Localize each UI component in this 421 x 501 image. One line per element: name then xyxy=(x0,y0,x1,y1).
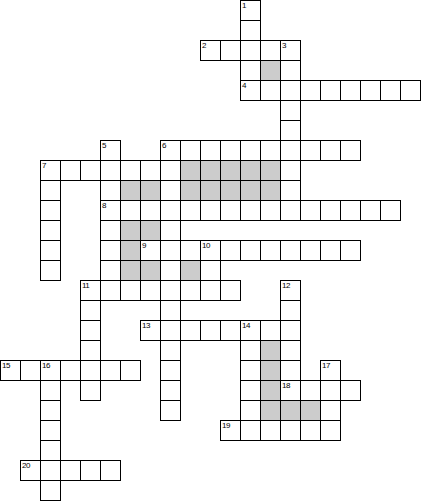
answer-cell[interactable] xyxy=(380,80,401,101)
answer-cell[interactable] xyxy=(80,160,101,181)
shaded-cell xyxy=(140,220,161,241)
clue-number: 15 xyxy=(2,361,10,370)
clue-number: 4 xyxy=(242,81,246,90)
answer-cell[interactable] xyxy=(340,140,361,161)
answer-cell[interactable] xyxy=(220,320,241,341)
answer-cell[interactable] xyxy=(160,400,181,421)
clue-number: 16 xyxy=(42,361,50,370)
answer-cell[interactable]: 11 xyxy=(80,280,101,301)
answer-cell[interactable] xyxy=(260,240,281,261)
answer-cell[interactable] xyxy=(280,420,301,441)
answer-cell[interactable]: 4 xyxy=(240,80,261,101)
shaded-cell xyxy=(240,180,261,201)
answer-cell[interactable]: 7 xyxy=(40,160,61,181)
answer-cell[interactable] xyxy=(280,340,301,361)
answer-cell[interactable] xyxy=(340,200,361,221)
answer-cell[interactable] xyxy=(320,140,341,161)
answer-cell[interactable] xyxy=(60,460,81,481)
answer-cell[interactable] xyxy=(100,240,121,261)
answer-cell[interactable] xyxy=(220,40,241,61)
answer-cell[interactable] xyxy=(280,240,301,261)
answer-cell[interactable] xyxy=(120,200,141,221)
answer-cell[interactable]: 19 xyxy=(220,420,241,441)
answer-cell[interactable] xyxy=(140,280,161,301)
shaded-cell xyxy=(120,220,141,241)
answer-cell[interactable] xyxy=(40,440,61,461)
answer-cell[interactable] xyxy=(40,200,61,221)
answer-cell[interactable] xyxy=(100,260,121,281)
shaded-cell xyxy=(240,160,261,181)
answer-cell[interactable] xyxy=(40,260,61,281)
answer-cell[interactable] xyxy=(120,160,141,181)
answer-cell[interactable] xyxy=(100,280,121,301)
answer-cell[interactable] xyxy=(60,160,81,181)
answer-cell[interactable] xyxy=(240,20,261,41)
answer-cell[interactable] xyxy=(160,180,181,201)
shaded-cell xyxy=(260,160,281,181)
answer-cell[interactable] xyxy=(260,200,281,221)
answer-cell[interactable] xyxy=(280,300,301,321)
shaded-cell xyxy=(200,160,221,181)
shaded-cell xyxy=(260,360,281,381)
answer-cell[interactable] xyxy=(40,400,61,421)
answer-cell[interactable] xyxy=(100,220,121,241)
answer-cell[interactable] xyxy=(340,380,361,401)
answer-cell[interactable] xyxy=(220,140,241,161)
answer-cell[interactable]: 10 xyxy=(200,240,221,261)
answer-cell[interactable]: 16 xyxy=(40,360,61,381)
clue-number: 1 xyxy=(242,1,246,10)
answer-cell[interactable] xyxy=(320,380,341,401)
shaded-cell xyxy=(280,400,301,421)
answer-cell[interactable] xyxy=(160,260,181,281)
clue-number: 8 xyxy=(102,201,106,210)
answer-cell[interactable]: 3 xyxy=(280,40,301,61)
answer-cell[interactable]: 8 xyxy=(100,200,121,221)
answer-cell[interactable] xyxy=(240,380,261,401)
answer-cell[interactable] xyxy=(80,360,101,381)
answer-cell[interactable] xyxy=(240,60,261,81)
answer-cell[interactable] xyxy=(40,380,61,401)
clue-number: 11 xyxy=(82,281,89,290)
answer-cell[interactable] xyxy=(240,420,261,441)
answer-cell[interactable] xyxy=(260,140,281,161)
answer-cell[interactable] xyxy=(240,240,261,261)
shaded-cell xyxy=(300,400,321,421)
answer-cell[interactable] xyxy=(180,200,201,221)
answer-cell[interactable] xyxy=(340,80,361,101)
answer-cell[interactable] xyxy=(240,200,261,221)
answer-cell[interactable] xyxy=(100,460,121,481)
clue-number: 18 xyxy=(282,381,290,390)
answer-cell[interactable] xyxy=(160,280,181,301)
answer-cell[interactable] xyxy=(160,380,181,401)
answer-cell[interactable] xyxy=(20,360,41,381)
answer-cell[interactable] xyxy=(320,400,341,421)
clue-number: 10 xyxy=(202,241,210,250)
answer-cell[interactable] xyxy=(40,180,61,201)
answer-cell[interactable] xyxy=(360,200,381,221)
shaded-cell xyxy=(180,160,201,181)
answer-cell[interactable] xyxy=(240,140,261,161)
answer-cell[interactable] xyxy=(280,120,301,141)
answer-cell[interactable]: 9 xyxy=(140,240,161,261)
clue-number: 14 xyxy=(242,321,250,330)
answer-cell[interactable] xyxy=(220,200,241,221)
shaded-cell xyxy=(200,180,221,201)
answer-cell[interactable]: 12 xyxy=(280,280,301,301)
answer-cell[interactable]: 2 xyxy=(200,40,221,61)
answer-cell[interactable] xyxy=(280,360,301,381)
answer-cell[interactable] xyxy=(240,360,261,381)
shaded-cell xyxy=(120,260,141,281)
clue-number: 5 xyxy=(102,141,106,150)
answer-cell[interactable] xyxy=(160,300,181,321)
clue-number: 12 xyxy=(282,281,290,290)
shaded-cell xyxy=(180,180,201,201)
answer-cell[interactable] xyxy=(260,320,281,341)
answer-cell[interactable] xyxy=(80,300,101,321)
answer-cell[interactable] xyxy=(180,240,201,261)
answer-cell[interactable] xyxy=(40,240,61,261)
answer-cell[interactable] xyxy=(380,200,401,221)
answer-cell[interactable] xyxy=(300,200,321,221)
answer-cell[interactable]: 13 xyxy=(140,320,161,341)
shaded-cell xyxy=(180,260,201,281)
shaded-cell xyxy=(120,180,141,201)
shaded-cell xyxy=(140,260,161,281)
answer-cell[interactable] xyxy=(180,280,201,301)
answer-cell[interactable] xyxy=(240,400,261,421)
answer-cell[interactable] xyxy=(200,320,221,341)
answer-cell[interactable] xyxy=(140,160,161,181)
clue-number: 20 xyxy=(22,461,30,470)
answer-cell[interactable] xyxy=(80,460,101,481)
answer-cell[interactable] xyxy=(300,240,321,261)
answer-cell[interactable] xyxy=(100,360,121,381)
answer-cell[interactable] xyxy=(300,420,321,441)
answer-cell[interactable] xyxy=(300,140,321,161)
clue-number: 7 xyxy=(42,161,46,170)
answer-cell[interactable]: 14 xyxy=(240,320,261,341)
answer-cell[interactable]: 18 xyxy=(280,380,301,401)
answer-cell[interactable] xyxy=(260,420,281,441)
answer-cell[interactable] xyxy=(320,200,341,221)
crossword-grid: 1234567891011121314151617181920 xyxy=(0,0,421,501)
answer-cell[interactable] xyxy=(160,220,181,241)
answer-cell[interactable] xyxy=(100,160,121,181)
answer-cell[interactable] xyxy=(280,160,301,181)
answer-cell[interactable] xyxy=(180,320,201,341)
answer-cell[interactable]: 17 xyxy=(320,360,341,381)
answer-cell[interactable] xyxy=(200,260,221,281)
answer-cell[interactable] xyxy=(400,80,421,101)
answer-cell[interactable] xyxy=(160,240,181,261)
answer-cell[interactable] xyxy=(220,240,241,261)
answer-cell[interactable] xyxy=(160,360,181,381)
answer-cell[interactable]: 1 xyxy=(240,0,261,21)
answer-cell[interactable] xyxy=(320,420,341,441)
shaded-cell xyxy=(220,160,241,181)
answer-cell[interactable] xyxy=(40,480,61,501)
clue-number: 17 xyxy=(322,361,330,370)
answer-cell[interactable] xyxy=(260,80,281,101)
answer-cell[interactable] xyxy=(280,180,301,201)
answer-cell[interactable] xyxy=(280,100,301,121)
shaded-cell xyxy=(260,400,281,421)
shaded-cell xyxy=(140,180,161,201)
answer-cell[interactable] xyxy=(140,200,161,221)
answer-cell[interactable] xyxy=(60,360,81,381)
shaded-cell xyxy=(260,60,281,81)
answer-cell[interactable] xyxy=(160,340,181,361)
answer-cell[interactable] xyxy=(120,360,141,381)
answer-cell[interactable] xyxy=(240,40,261,61)
answer-cell[interactable] xyxy=(80,340,101,361)
answer-cell[interactable] xyxy=(40,220,61,241)
answer-cell[interactable]: 5 xyxy=(100,140,121,161)
answer-cell[interactable] xyxy=(240,340,261,361)
answer-cell[interactable] xyxy=(280,80,301,101)
shaded-cell xyxy=(260,380,281,401)
answer-cell[interactable] xyxy=(260,40,281,61)
answer-cell[interactable] xyxy=(340,240,361,261)
answer-cell[interactable] xyxy=(160,200,181,221)
clue-number: 3 xyxy=(282,41,286,50)
shaded-cell xyxy=(260,340,281,361)
answer-cell[interactable] xyxy=(300,80,321,101)
answer-cell[interactable] xyxy=(280,60,301,81)
answer-cell[interactable] xyxy=(320,240,341,261)
clue-number: 6 xyxy=(162,141,166,150)
answer-cell[interactable]: 6 xyxy=(160,140,181,161)
answer-cell[interactable] xyxy=(80,380,101,401)
answer-cell[interactable] xyxy=(100,180,121,201)
shaded-cell xyxy=(260,180,281,201)
answer-cell[interactable]: 20 xyxy=(20,460,41,481)
clue-number: 9 xyxy=(142,241,146,250)
answer-cell[interactable] xyxy=(200,140,221,161)
answer-cell[interactable] xyxy=(200,280,221,301)
clue-number: 2 xyxy=(202,41,206,50)
clue-number: 19 xyxy=(222,421,230,430)
answer-cell[interactable] xyxy=(80,320,101,341)
answer-cell[interactable] xyxy=(200,200,221,221)
answer-cell[interactable] xyxy=(120,280,141,301)
answer-cell[interactable] xyxy=(280,320,301,341)
shaded-cell xyxy=(120,240,141,261)
answer-cell[interactable] xyxy=(180,140,201,161)
answer-cell[interactable] xyxy=(40,460,61,481)
answer-cell[interactable] xyxy=(40,420,61,441)
answer-cell[interactable] xyxy=(280,140,301,161)
answer-cell[interactable]: 15 xyxy=(0,360,21,381)
answer-cell[interactable] xyxy=(300,380,321,401)
shaded-cell xyxy=(220,180,241,201)
answer-cell[interactable] xyxy=(320,80,341,101)
answer-cell[interactable] xyxy=(160,160,181,181)
answer-cell[interactable] xyxy=(160,320,181,341)
answer-cell[interactable] xyxy=(280,200,301,221)
clue-number: 13 xyxy=(142,321,150,330)
answer-cell[interactable] xyxy=(220,280,241,301)
answer-cell[interactable] xyxy=(360,80,381,101)
